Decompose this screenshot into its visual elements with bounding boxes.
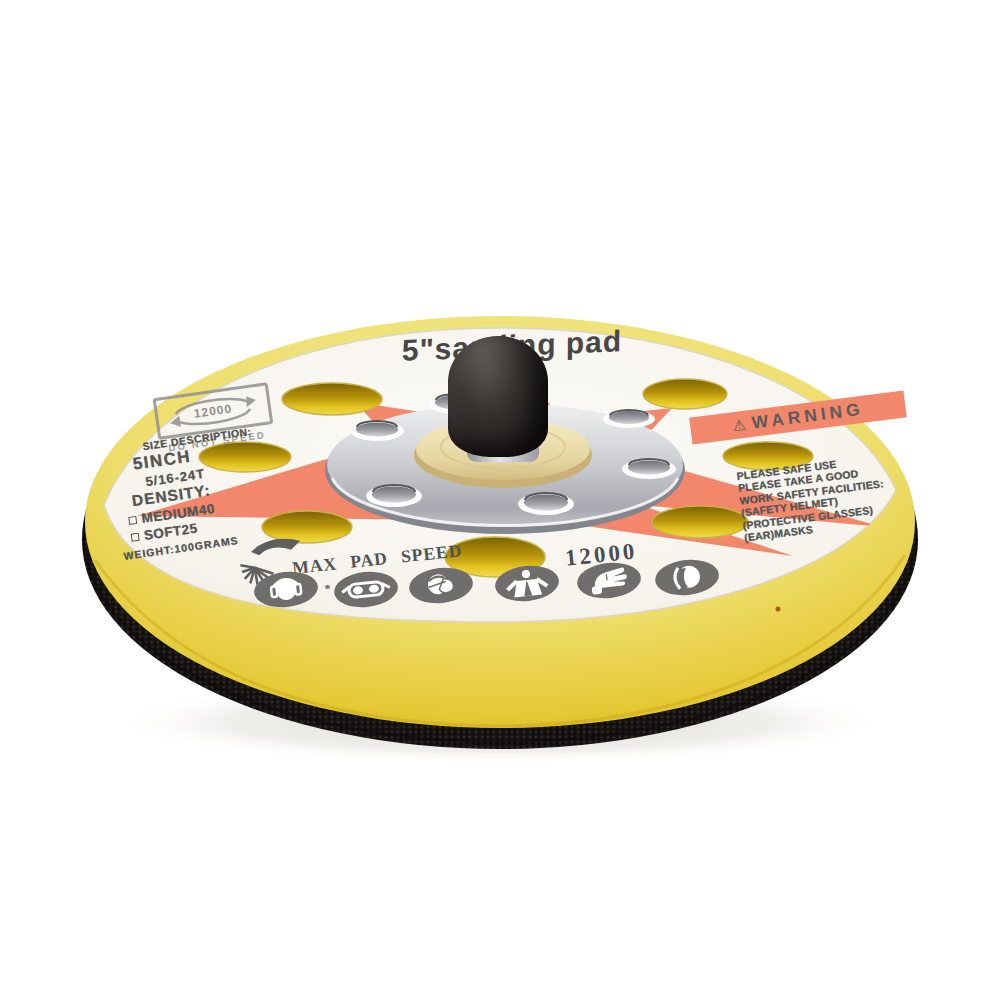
checkbox-icon bbox=[131, 533, 140, 542]
spindle-rubber-cap bbox=[448, 336, 548, 457]
product-photo-sanding-pad: 5"sanding pad 12000 DO NOT SPEED SIZE DE… bbox=[0, 0, 1001, 1001]
checkbox-icon bbox=[128, 516, 137, 525]
icon-separator-dot bbox=[325, 585, 330, 589]
debris-speck bbox=[776, 607, 781, 612]
warning-triangle-icon: ⚠ bbox=[731, 415, 747, 435]
specs-block: SIZE DESCRIPTION: 5INCH 5/16-24T DENSITY… bbox=[116, 425, 267, 561]
